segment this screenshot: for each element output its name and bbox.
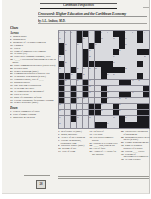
cell-number: 37 [113,73,115,75]
cell-number: 34 [71,73,73,75]
left-column-end-rule [24,175,50,176]
grid-cell[interactable] [131,55,137,61]
newsletter-title: Caribbean Perspectives [40,3,117,7]
grid-cell[interactable] [65,116,71,122]
grid-cell[interactable] [107,37,113,43]
grid-cell[interactable] [143,73,149,79]
grid-cell[interactable] [113,43,119,49]
grid-cell[interactable]: 21 [119,49,125,55]
grid-cell[interactable] [65,110,71,116]
down-heading: Down [10,105,58,109]
black-cell [59,80,65,86]
cell-number: 6 [107,31,108,33]
cell-number: 65 [59,122,61,124]
grid-cell[interactable]: 15 [65,43,71,49]
cell-number: 29 [77,67,79,69]
title-block: Crossword: Higher Education and the Cari… [38,12,147,25]
black-cell [137,116,143,122]
grid-cell[interactable]: 66 [107,122,113,128]
grid-cell[interactable] [119,86,125,92]
cell-number: 62 [89,116,91,118]
grid-cell[interactable] [77,122,83,128]
grid-cell[interactable]: 32 [95,67,101,73]
black-cell [83,31,89,37]
grid-cell[interactable]: 64 [125,116,131,122]
clue-item: 20. Space communication center (Puerto R… [10,63,58,66]
clue-item: 38. To comprehend the meaning of [10,89,58,92]
clue-item: 11. Hotels [10,46,58,49]
grid-cell[interactable] [107,110,113,116]
cell-number: 32 [95,67,97,69]
grid-cell[interactable]: 9 [143,31,149,37]
cell-number: 3 [71,31,72,33]
grid-cell[interactable] [83,104,89,110]
grid-cell[interactable] [107,104,113,110]
grid-cell[interactable]: 52 [125,98,131,104]
cell-number: 10 [59,37,61,39]
grid-cell[interactable] [71,80,77,86]
grid-cell[interactable] [107,49,113,55]
clue-item: 44. College responsible for distance lea… [10,98,58,101]
puzzle-title: Crossword: Higher Education and the Cari… [38,12,147,17]
cell-number: 15 [65,43,67,45]
black-cell [119,43,125,49]
cell-number: 50 [107,97,109,99]
cell-number: 40 [89,79,91,81]
masthead-rule-bottom [40,8,117,9]
black-cell [71,92,77,98]
grid-cell[interactable] [137,67,143,73]
clue-item: 39. Systems of interconnected computers [121,152,150,157]
black-cell [113,104,119,110]
grid-cell[interactable]: 41 [131,80,137,86]
black-cell [137,49,143,55]
black-cell [59,92,65,98]
grid-cell[interactable]: 50 [107,98,113,104]
black-cell [107,61,113,67]
black-cell [83,86,89,92]
clue-item: 24. Full of facts [90,147,119,150]
grid-cell[interactable] [137,92,143,98]
black-cell [83,55,89,61]
grid-cell[interactable] [113,86,119,92]
grid-cell[interactable]: 13 [113,37,119,43]
grid-cell[interactable] [101,55,107,61]
clue-item: 32. Right to withhold property of a debt… [121,143,150,148]
clue-item: 13. Home of Jamaica's UWI campus [10,49,58,52]
grid-cell[interactable] [143,61,149,67]
grid-cell[interactable] [143,37,149,43]
grid-cell[interactable] [113,98,119,104]
cell-number: 11 [83,37,85,39]
down-clue-column-a: 4. In reference to (abbr.)5. Begin; anti… [58,130,87,161]
grid-cell[interactable]: 27 [113,61,119,67]
grid-cell[interactable]: 16 [77,43,83,49]
black-cell [137,122,143,128]
clue-item: 25. Examination required to practice law [10,72,58,75]
grid-cell[interactable] [137,86,143,92]
grid-cell[interactable] [83,43,89,49]
grid-cell[interactable] [71,43,77,49]
clue-item: 27. To graduate with honors (2 wds.) [10,75,58,78]
cell-number: 35 [83,73,85,75]
grid-cell[interactable]: 38 [65,80,71,86]
cell-number: 66 [107,122,109,124]
cell-number: 28 [59,67,61,69]
grid-cell[interactable]: 63 [113,116,119,122]
grid-cell[interactable]: 56 [59,110,65,116]
grid-cell[interactable]: 37 [113,73,119,79]
black-cell [143,122,149,128]
grid-cell[interactable] [101,80,107,86]
grid-cell[interactable] [77,55,83,61]
grid-cell[interactable] [143,98,149,104]
grid-cell[interactable] [137,98,143,104]
cell-number: 21 [119,49,121,51]
cell-number: 48 [77,97,79,99]
clue-item: 8. Doctorate degree (abbr.) [58,144,87,147]
black-cell [101,67,107,73]
grid-cell[interactable] [107,116,113,122]
grid-cell[interactable] [107,55,113,61]
black-cell [89,110,95,116]
grid-cell[interactable]: 59 [119,110,125,116]
black-cell [143,86,149,92]
grid-cell[interactable] [83,110,89,116]
grid-cell[interactable]: 20 [89,49,95,55]
cell-number: 47 [132,91,134,93]
grid-cell[interactable]: 57 [77,110,83,116]
cell-number: 26 [65,61,67,63]
grid-cell[interactable]: 23 [89,55,95,61]
grid-cell[interactable] [101,116,107,122]
black-cell [101,73,107,79]
black-cell [125,80,131,86]
black-cell [71,110,77,116]
cell-number: 8 [132,31,133,33]
cell-number: 56 [59,109,61,111]
cell-number: 9 [144,31,145,33]
grid-cell[interactable] [101,49,107,55]
clue-item: 12. Became of use [58,147,87,150]
grid-cell[interactable]: 47 [131,92,137,98]
black-cell [113,49,119,55]
grid-cell[interactable]: 49 [83,98,89,104]
grid-cell[interactable] [83,116,89,122]
cell-number: 61 [77,116,79,118]
grid-cell[interactable] [71,122,77,128]
clue-item: 7. College in Barbados, established 1840 [58,138,87,143]
grid-cell[interactable] [71,55,77,61]
grid-cell[interactable] [77,49,83,55]
black-cell [95,37,101,43]
grid-cell[interactable]: 34 [71,73,77,79]
grid-cell[interactable] [89,37,95,43]
grid-cell[interactable]: 48 [77,98,83,104]
black-cell [101,61,107,67]
grid-cell[interactable] [83,122,89,128]
black-cell [77,37,83,43]
black-cell [137,61,143,67]
clue-item: 14. In favor of [90,130,119,133]
cell-number: 19 [65,49,67,51]
clues-left-column: Clues Across 1. Branch library6. Spanish… [10,26,58,179]
grid-cell[interactable]: 60 [59,116,65,122]
grid-cell[interactable] [71,61,77,67]
footer-rule-bottom [58,178,149,179]
grid-cell[interactable] [131,61,137,67]
grid-cell[interactable]: 31 [89,67,95,73]
grid-cell[interactable] [143,67,149,73]
cell-number: 58 [101,109,103,111]
grid-cell[interactable] [89,122,95,128]
cell-number: 53 [59,103,61,105]
cell-number: 46 [107,91,109,93]
grid-cell[interactable] [119,55,125,61]
black-cell [119,67,125,73]
grid-cell[interactable]: 26 [65,61,71,67]
cell-number: 36 [107,73,109,75]
across-clue-list: 1. Branch library6. Spanish gold9. Birth… [10,34,58,103]
byline: by A.L. Anduze, M.D. [38,19,147,24]
page-number: 28 [40,183,43,186]
grid-cell[interactable]: 8 [131,31,137,37]
grid-cell[interactable] [143,43,149,49]
grid-cell[interactable] [131,49,137,55]
grid-cell[interactable] [95,55,101,61]
grid-cell[interactable] [143,80,149,86]
grid-cell[interactable]: 18 [125,43,131,49]
cell-number: 59 [119,109,121,111]
clue-item: 31. Trinidad's capital, Port of ____ [10,78,58,81]
grid-cell[interactable] [131,98,137,104]
grid-cell[interactable]: 65 [59,122,65,128]
grid-cell[interactable]: 6 [107,31,113,37]
cell-number: 52 [125,97,127,99]
grid-cell[interactable]: 5 [101,31,107,37]
black-cell [101,122,107,128]
grid-cell[interactable]: 58 [101,110,107,116]
cell-number: 57 [77,109,79,111]
grid-cell[interactable] [65,37,71,43]
clue-item: 10. Channels [10,43,58,46]
grid-cell[interactable] [131,116,137,122]
black-cell [137,37,143,43]
grid-cell[interactable]: 14 [125,37,131,43]
cell-number: 33 [125,67,127,69]
cell-number: 55 [119,103,121,105]
grid-cell[interactable] [89,98,95,104]
grid-cell[interactable] [71,37,77,43]
cell-number: 20 [89,49,91,51]
clue-item: 13. Type of exam [58,150,87,153]
grid-cell[interactable]: 2 [65,31,71,37]
black-cell [59,73,65,79]
grid-cell[interactable] [65,104,71,110]
grid-cell[interactable]: 22 [59,55,65,61]
grid-cell[interactable] [113,80,119,86]
clue-item: 43. Basic life substance in foods [10,95,58,98]
cell-number: 23 [89,55,91,57]
grid-cell[interactable] [71,104,77,110]
down-clue-list-start: 1. Genetic transmitter of traits2. Place… [10,110,58,118]
cell-number: 25 [144,55,146,57]
grid-cell[interactable]: 7 [125,31,131,37]
clue-item: 29. Formal pronouncements [121,141,150,144]
grid-cell[interactable] [137,43,143,49]
grid-cell[interactable]: 3 [71,31,77,37]
grid-cell[interactable] [131,67,137,73]
grid-cell[interactable] [125,49,131,55]
grid-cell[interactable] [119,73,125,79]
grid-cell[interactable] [113,92,119,98]
grid-cell[interactable] [77,86,83,92]
grid-cell[interactable] [101,43,107,49]
black-cell [119,31,125,37]
grid-cell[interactable]: 28 [59,67,65,73]
down-clue-column-b: 14. In favor of17. Fall back19. Old-worl… [90,130,119,161]
cell-number: 16 [77,43,79,45]
clue-item: 15. To study (Fr.) [10,52,58,55]
clues-bottom-columns: 4. In reference to (abbr.)5. Begin; anti… [58,130,150,175]
grid-cell[interactable] [125,55,131,61]
black-cell [119,122,125,128]
cell-number: 54 [101,103,103,105]
clue-item: 18. "____": civilization functioning as … [10,57,58,62]
grid-cell[interactable]: 61 [77,116,83,122]
cell-number: 38 [65,79,67,81]
across-heading: Across [10,30,58,34]
grid-cell[interactable]: 11 [83,37,89,43]
grid-cell[interactable] [95,80,101,86]
black-cell [101,86,107,92]
grid-cell[interactable] [95,49,101,55]
clue-item: 17. Fall back [90,132,119,135]
clue-item: 40. Used to excess [10,92,58,95]
cell-number: 60 [59,116,61,118]
grid-cell[interactable] [71,49,77,55]
clue-item: 35. One who runs a corporation [10,83,58,86]
cell-number: 5 [101,31,102,33]
cell-number: 24 [113,55,115,57]
clue-item: 6. Spanish gold [10,37,58,40]
grid-cell[interactable]: 42 [137,80,143,86]
black-cell [89,43,95,49]
grid-cell[interactable] [119,61,125,67]
grid-cell[interactable] [131,43,137,49]
grid-cell[interactable] [65,122,71,128]
grid-cell[interactable] [65,67,71,73]
down-clue-column-c: 26. Theoretical explanation of phenomena… [121,130,150,161]
cell-number: 49 [83,97,85,99]
grid-cell[interactable]: 19 [65,49,71,55]
grid-cell[interactable]: 35 [83,73,89,79]
crossword-grid: 1234567891011121314151617181920212223242… [58,30,151,129]
clue-item: 21. Student at a French lycée [90,141,119,144]
grid-cell[interactable]: 25 [143,55,149,61]
black-cell [95,122,101,128]
grid-cell[interactable] [95,98,101,104]
grid-cell[interactable] [113,122,119,128]
black-cell [95,31,101,37]
cell-number: 51 [119,97,121,99]
grid-cell[interactable] [65,92,71,98]
grid-cell[interactable]: 12 [101,37,107,43]
black-cell [125,122,131,128]
black-cell [113,31,119,37]
grid-cell[interactable] [95,86,101,92]
cell-number: 63 [113,116,115,118]
grid-cell[interactable] [125,73,131,79]
grid-cell[interactable] [125,104,131,110]
cell-number: 30 [83,67,85,69]
grid-cell[interactable]: 4 [89,31,95,37]
cell-number: 41 [132,79,134,81]
grid-cell[interactable]: 1 [59,31,65,37]
grid-cell[interactable]: 29 [77,67,83,73]
clue-item: 2. Place of higher learning [10,113,58,116]
grid-cell[interactable] [131,104,137,110]
grid-cell[interactable]: 45 [89,92,95,98]
grid-cell[interactable] [95,92,101,98]
grid-cell[interactable] [107,43,113,49]
black-cell [95,104,101,110]
clue-item: 36. Haitian ____ Creole [121,149,150,152]
grid-cell[interactable] [65,86,71,92]
grid-cell[interactable] [125,110,131,116]
cell-number: 42 [138,79,140,81]
cell-number: 14 [125,37,127,39]
grid-cell[interactable] [95,116,101,122]
black-cell [119,116,125,122]
grid-cell[interactable]: 33 [125,67,131,73]
black-cell [143,104,149,110]
grid-cell[interactable] [125,86,131,92]
grid-cell[interactable]: 10 [59,37,65,43]
black-cell [143,92,149,98]
grid-cell[interactable]: 62 [89,116,95,122]
cell-number: 39 [77,79,79,81]
cell-number: 2 [65,31,66,33]
clue-item: 19. Old-world computer bureau [90,135,119,140]
cell-number: 43 [89,85,91,87]
grid-cell[interactable] [131,110,137,116]
clue-item: 25. Author of "A House for Mr. Biswas" [90,150,119,155]
grid-cell[interactable]: 36 [107,73,113,79]
black-cell [143,110,149,116]
clue-item: 22. Decided upon [10,66,58,69]
cell-number: 18 [125,43,127,45]
clue-item: 42. To earn a degree [121,157,150,160]
black-cell [59,86,65,92]
grid-cell[interactable]: 39 [77,80,83,86]
black-cell [59,49,65,55]
footer-rule-top [58,176,149,177]
black-cell [137,110,143,116]
cell-number: 64 [125,116,127,118]
grid-cell[interactable] [95,73,101,79]
cell-number: 45 [89,91,91,93]
grid-cell[interactable] [131,37,137,43]
grid-cell[interactable] [65,98,71,104]
black-cell [59,43,65,49]
grid-cell[interactable]: 17 [95,43,101,49]
cell-number: 17 [95,43,97,45]
grid-cell[interactable] [137,55,143,61]
clue-item: 5. Begin; anticipate [58,132,87,135]
clue-item: 37. To become an expert [10,86,58,89]
black-cell [113,110,119,116]
